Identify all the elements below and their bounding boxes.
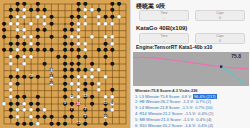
- white-stone: ●: [89, 7, 94, 14]
- board-cell[interactable]: [122, 34, 129, 41]
- board-cell[interactable]: ●: [41, 47, 48, 54]
- board-cell[interactable]: [95, 27, 102, 34]
- board-cell[interactable]: [34, 61, 41, 68]
- board-cell[interactable]: ●: [95, 21, 102, 28]
- board-cell[interactable]: [122, 81, 129, 88]
- board-cell[interactable]: [1, 54, 8, 61]
- black-stone: ●: [8, 114, 13, 121]
- white-stone: ●: [8, 21, 13, 28]
- board-cell[interactable]: [116, 94, 123, 101]
- board-cell[interactable]: [116, 114, 123, 121]
- board-cell[interactable]: [109, 67, 116, 74]
- board-cell[interactable]: [75, 107, 82, 114]
- board-cell[interactable]: ●: [102, 120, 109, 127]
- white-stone: ●: [96, 87, 101, 94]
- black-stone: ●: [83, 121, 88, 128]
- board-cell[interactable]: [41, 87, 48, 94]
- board-cell[interactable]: [122, 87, 129, 94]
- candidate-move-row[interactable]: 4: R14 Winrate:21.2 Score: -1.5 V: 0.4% …: [135, 111, 214, 116]
- last-move-number: 25: [76, 102, 81, 107]
- board-cell[interactable]: [89, 14, 96, 21]
- board-cell[interactable]: ●18: [28, 74, 35, 81]
- board-cell[interactable]: ●: [41, 61, 48, 68]
- black-stone: ●: [69, 114, 74, 121]
- black-stone: ●: [62, 121, 67, 128]
- board-cell[interactable]: [122, 41, 129, 48]
- board-cell[interactable]: [102, 81, 109, 88]
- board-cell[interactable]: [48, 101, 55, 108]
- board-cell[interactable]: ●: [1, 47, 8, 54]
- black-stone: ●: [96, 47, 101, 54]
- board-cell[interactable]: ●: [82, 21, 89, 28]
- board-cell[interactable]: ●: [89, 101, 96, 108]
- board-cell[interactable]: [55, 107, 62, 114]
- board-cell[interactable]: [55, 14, 62, 21]
- white-stone: ●: [22, 61, 27, 68]
- board-cell[interactable]: [55, 7, 62, 14]
- candidate-move-text: 6: S10 Winrate:20.2 Score: -1.6 V:: [135, 123, 197, 128]
- board-cell[interactable]: ●20: [48, 81, 55, 88]
- board-cell[interactable]: [55, 81, 62, 88]
- goban-grid[interactable]: ●●●●●●●●●●●●●●●●●●●●●●●●●●●●●●●●●●●●●●●●…: [1, 1, 130, 127]
- board-cell[interactable]: ●: [48, 21, 55, 28]
- board-cell[interactable]: [7, 120, 14, 127]
- board-cell[interactable]: ●: [28, 54, 35, 61]
- black-stone: ●: [110, 47, 115, 54]
- white-stone: ●: [110, 107, 115, 114]
- board-cell[interactable]: [1, 81, 8, 88]
- white-stone: ●: [103, 21, 108, 28]
- board-cell[interactable]: [89, 41, 96, 48]
- board-cell[interactable]: [48, 87, 55, 94]
- board-cell[interactable]: [95, 101, 102, 108]
- white-stone: ●: [110, 21, 115, 28]
- board-cell[interactable]: [116, 74, 123, 81]
- board-cell[interactable]: ●9: [62, 101, 69, 108]
- board-cell[interactable]: [95, 107, 102, 114]
- black-stone: ●: [35, 74, 40, 81]
- visits-value: 0.7% (2): [195, 99, 212, 104]
- board-cell[interactable]: [116, 67, 123, 74]
- visits-value: 0.4% (1): [197, 111, 214, 116]
- board-cell[interactable]: ●: [95, 67, 102, 74]
- engine-label: Engine:TensorRT Kata1-40b x10: [136, 44, 212, 50]
- board-cell[interactable]: ●13: [75, 120, 82, 127]
- white-stone: ●: [69, 81, 74, 88]
- board-cell[interactable]: ●: [34, 120, 41, 127]
- board-cell[interactable]: [68, 1, 75, 8]
- board-cell[interactable]: [1, 61, 8, 68]
- board-cell[interactable]: ●: [34, 14, 41, 21]
- board-cell[interactable]: ●: [102, 54, 109, 61]
- board-cell[interactable]: [89, 120, 96, 127]
- board-cell[interactable]: [122, 107, 129, 114]
- board-cell[interactable]: ●: [7, 61, 14, 68]
- go-board[interactable]: ●●●●●●●●●●●●●●●●●●●●●●●●●●●●●●●●●●●●●●●●…: [0, 0, 130, 128]
- black-stone: ●: [49, 47, 54, 54]
- black-time-stat: Time --: [139, 10, 189, 21]
- board-cell[interactable]: [55, 34, 62, 41]
- board-cell[interactable]: [68, 120, 75, 127]
- stat-value: 4: [196, 16, 244, 20]
- black-stone: ●: [49, 34, 54, 41]
- black-stone: ●: [83, 54, 88, 61]
- board-cell[interactable]: [55, 94, 62, 101]
- black-stone: ●: [42, 27, 47, 34]
- candidate-move-text: 5: M8 Winrate:21.3 Score: -1.5 V:: [135, 117, 195, 122]
- white-time-stat: Time --: [139, 33, 189, 44]
- board-cell[interactable]: ●: [28, 120, 35, 127]
- board-cell[interactable]: [1, 120, 8, 127]
- white-player-name: KataGo 40B(x109): [136, 25, 187, 31]
- black-stone: ●: [22, 74, 27, 81]
- black-captures-stat: Caps 4: [195, 10, 245, 21]
- board-cell[interactable]: ●: [48, 47, 55, 54]
- candidate-move-row[interactable]: 5: M8 Winrate:21.3 Score: -1.5 V: 0.4% (…: [135, 117, 212, 122]
- board-cell[interactable]: ●25: [75, 101, 82, 108]
- board-cell[interactable]: [109, 114, 116, 121]
- candidate-move-row[interactable]: 6: S10 Winrate:20.2 Score: -1.6 V: 0.4% …: [135, 123, 214, 128]
- board-cell[interactable]: [109, 74, 116, 81]
- white-stone: ●: [35, 121, 40, 128]
- board-cell[interactable]: ●: [14, 54, 21, 61]
- board-cell[interactable]: [116, 27, 123, 34]
- board-cell[interactable]: ●: [21, 74, 28, 81]
- board-cell[interactable]: [109, 120, 116, 127]
- board-cell[interactable]: [34, 81, 41, 88]
- board-cell[interactable]: [55, 87, 62, 94]
- board-cell[interactable]: [48, 94, 55, 101]
- board-cell[interactable]: [1, 67, 8, 74]
- board-cell[interactable]: [28, 87, 35, 94]
- black-stone: ●: [89, 101, 94, 108]
- white-captures-stat: Caps 4: [195, 33, 245, 44]
- black-stone: ●: [49, 121, 54, 128]
- board-cell[interactable]: ●: [1, 34, 8, 41]
- board-cell[interactable]: [122, 47, 129, 54]
- stat-value: --: [140, 16, 188, 20]
- board-cell[interactable]: [116, 61, 123, 68]
- board-cell[interactable]: ●: [14, 120, 21, 127]
- board-cell[interactable]: ●: [82, 54, 89, 61]
- white-stone: ●: [29, 54, 34, 61]
- board-cell[interactable]: [1, 1, 8, 8]
- analysis-panel: 楼晓嵩 9段 Time -- Caps 4 KataGo 40B(x109) T…: [130, 0, 250, 128]
- board-cell[interactable]: [41, 94, 48, 101]
- board-cell[interactable]: [55, 74, 62, 81]
- white-stone: ●: [89, 34, 94, 41]
- board-cell[interactable]: [102, 61, 109, 68]
- board-cell[interactable]: ●: [89, 34, 96, 41]
- black-stone: ●: [103, 121, 108, 128]
- board-cell[interactable]: [95, 34, 102, 41]
- board-cell[interactable]: [122, 14, 129, 21]
- board-cell[interactable]: [55, 67, 62, 74]
- board-cell[interactable]: [122, 21, 129, 28]
- board-cell[interactable]: [41, 120, 48, 127]
- black-stone: ●: [42, 114, 47, 121]
- board-cell[interactable]: [28, 61, 35, 68]
- board-cell[interactable]: [41, 67, 48, 74]
- black-stone: ●: [56, 54, 61, 61]
- board-cell[interactable]: [122, 74, 129, 81]
- white-stone: ●: [35, 14, 40, 21]
- board-cell[interactable]: [48, 54, 55, 61]
- board-cell[interactable]: [116, 54, 123, 61]
- white-stone: ●: [117, 14, 122, 21]
- white-stone: ●: [96, 21, 101, 28]
- black-stone: ●: [35, 47, 40, 54]
- board-cell[interactable]: [62, 1, 69, 8]
- board-cell[interactable]: ●: [28, 21, 35, 28]
- board-cell[interactable]: [48, 1, 55, 8]
- board-cell[interactable]: ●: [55, 120, 62, 127]
- board-cell[interactable]: [95, 120, 102, 127]
- board-cell[interactable]: ●: [116, 14, 123, 21]
- board-cell[interactable]: [62, 14, 69, 21]
- board-cell[interactable]: [116, 81, 123, 88]
- candidate-move-row[interactable]: 1: L3 Winrate:75.8 Score: 4.8 V: 96.4% (…: [135, 94, 217, 99]
- board-cell[interactable]: ●: [21, 107, 28, 114]
- current-winrate-label: 75.8: [231, 53, 241, 59]
- board-cell[interactable]: [122, 94, 129, 101]
- white-stone: ●: [2, 101, 7, 108]
- board-cell[interactable]: [116, 120, 123, 127]
- board-cell[interactable]: [116, 34, 123, 41]
- board-cell[interactable]: [122, 120, 129, 127]
- analysis-summary-header: Winrate:75.8 Score:4.3 Visits:226: [135, 88, 198, 93]
- board-cell[interactable]: ●: [21, 120, 28, 127]
- candidate-move-text: 1: L3 Winrate:75.8 Score: 4.8 V:: [135, 94, 193, 99]
- board-cell[interactable]: [55, 1, 62, 8]
- board-cell[interactable]: [122, 67, 129, 74]
- board-cell[interactable]: [122, 101, 129, 108]
- board-cell[interactable]: ●: [68, 81, 75, 88]
- board-cell[interactable]: ●: [14, 81, 21, 88]
- board-cell[interactable]: [1, 74, 8, 81]
- board-cell[interactable]: [116, 87, 123, 94]
- board-cell[interactable]: ●: [7, 114, 14, 121]
- board-cell[interactable]: [34, 54, 41, 61]
- black-stone: ●: [15, 81, 20, 88]
- black-stone: ●: [29, 7, 34, 14]
- board-cell[interactable]: ●: [109, 61, 116, 68]
- board-cell[interactable]: ●: [68, 114, 75, 121]
- black-stone: ●: [15, 121, 20, 128]
- board-cell[interactable]: [95, 54, 102, 61]
- board-cell[interactable]: [122, 61, 129, 68]
- board-cell[interactable]: ●: [95, 47, 102, 54]
- board-cell[interactable]: [122, 1, 129, 8]
- move-number: 9: [64, 102, 66, 106]
- black-stone: ●: [103, 54, 108, 61]
- board-cell[interactable]: ●: [116, 1, 123, 8]
- move-number: 20: [49, 82, 53, 86]
- candidate-move-row[interactable]: 2: H8 Winrate:26.2 Score: -1.3 V: 0.7% (…: [135, 99, 212, 104]
- board-cell[interactable]: [95, 114, 102, 121]
- board-cell[interactable]: [1, 114, 8, 121]
- board-cell[interactable]: ●: [68, 47, 75, 54]
- board-cell[interactable]: [1, 87, 8, 94]
- board-cell[interactable]: [55, 41, 62, 48]
- board-cell[interactable]: ●: [102, 74, 109, 81]
- board-cell[interactable]: ●: [28, 7, 35, 14]
- black-stone: ●: [49, 21, 54, 28]
- board-cell[interactable]: ●: [21, 14, 28, 21]
- visits-value: 0.4% (4): [195, 117, 212, 122]
- move-number: 13: [76, 122, 80, 126]
- board-cell[interactable]: ●: [89, 7, 96, 14]
- board-cell[interactable]: ●: [21, 61, 28, 68]
- white-stone: ●: [22, 107, 27, 114]
- board-cell[interactable]: [116, 41, 123, 48]
- move-number: 18: [29, 75, 33, 79]
- board-cell[interactable]: [89, 114, 96, 121]
- board-cell[interactable]: [122, 27, 129, 34]
- board-cell[interactable]: [55, 27, 62, 34]
- board-cell[interactable]: [41, 81, 48, 88]
- board-cell[interactable]: [1, 107, 8, 114]
- board-cell[interactable]: ●: [109, 107, 116, 114]
- board-cell[interactable]: [89, 47, 96, 54]
- board-cell[interactable]: [95, 94, 102, 101]
- board-cell[interactable]: [116, 101, 123, 108]
- board-cell[interactable]: ●: [95, 87, 102, 94]
- board-cell[interactable]: ●: [41, 27, 48, 34]
- black-stone: ●: [110, 61, 115, 68]
- black-stone: ●: [29, 121, 34, 128]
- candidate-move-row[interactable]: 3: L4 Winrate:21.8 Score: -1.5 V: 0.7% (…: [135, 105, 214, 110]
- board-cell[interactable]: [89, 107, 96, 114]
- board-cell[interactable]: [55, 21, 62, 28]
- board-cell[interactable]: [89, 21, 96, 28]
- board-cell[interactable]: [102, 1, 109, 8]
- board-cell[interactable]: ●: [55, 54, 62, 61]
- board-cell[interactable]: [122, 7, 129, 14]
- white-stone: ●: [22, 14, 27, 21]
- board-cell[interactable]: ●: [1, 101, 8, 108]
- black-stone: ●: [89, 81, 94, 88]
- candidate-move-text: 4: R14 Winrate:21.2 Score: -1.5 V:: [135, 111, 197, 116]
- white-stone: ●: [8, 61, 13, 68]
- board-cell[interactable]: [55, 61, 62, 68]
- black-stone: ●: [15, 54, 20, 61]
- board-cell[interactable]: [62, 7, 69, 14]
- board-cell[interactable]: ●: [7, 21, 14, 28]
- black-stone: ●: [42, 47, 47, 54]
- board-cell[interactable]: ●: [109, 47, 116, 54]
- stat-value: 4: [196, 39, 244, 43]
- white-stone: ●: [83, 21, 88, 28]
- move-number: 23: [83, 95, 87, 99]
- black-stone: ●: [42, 61, 47, 68]
- board-cell[interactable]: ●: [41, 114, 48, 121]
- board-cell[interactable]: [1, 7, 8, 14]
- candidate-move-text: 2: H8 Winrate:26.2 Score: -1.3 V:: [135, 99, 195, 104]
- black-stone: ●: [22, 121, 27, 128]
- board-cell[interactable]: ●: [34, 47, 41, 54]
- visits-value: 0.7% (10): [194, 105, 213, 110]
- board-cell[interactable]: [28, 81, 35, 88]
- visits-value: 0.4% (4): [197, 123, 214, 128]
- board-cell[interactable]: [122, 54, 129, 61]
- board-cell[interactable]: [7, 27, 14, 34]
- board-cell[interactable]: ●23: [82, 94, 89, 101]
- stat-value: --: [140, 39, 188, 43]
- white-stone: ●: [103, 74, 108, 81]
- board-cell[interactable]: [41, 74, 48, 81]
- black-stone: ●: [2, 47, 7, 54]
- winrate-graph[interactable]: 75.8: [133, 52, 249, 86]
- board-cell[interactable]: ●: [34, 74, 41, 81]
- black-stone: ●: [2, 34, 7, 41]
- board-cell[interactable]: ●: [89, 81, 96, 88]
- board-cell[interactable]: ●: [82, 120, 89, 127]
- black-stone: ●: [56, 121, 61, 128]
- board-cell[interactable]: [116, 21, 123, 28]
- black-stone: ●: [117, 1, 122, 8]
- board-cell[interactable]: [116, 107, 123, 114]
- white-stone: ●: [96, 67, 101, 74]
- board-cell[interactable]: [82, 27, 89, 34]
- board-cell[interactable]: [55, 101, 62, 108]
- board-cell[interactable]: ●: [62, 120, 69, 127]
- board-cell[interactable]: ●: [109, 21, 116, 28]
- board-cell[interactable]: [21, 81, 28, 88]
- visits-highlight-bar: 96.4% (217): [193, 94, 217, 99]
- black-stone: ●: [69, 47, 74, 54]
- current-move-marker: [220, 65, 222, 67]
- candidate-move-text: 3: L4 Winrate:21.8 Score: -1.5 V:: [135, 105, 194, 110]
- board-cell[interactable]: [122, 114, 129, 121]
- board-cell[interactable]: [116, 47, 123, 54]
- board-cell[interactable]: ●: [48, 34, 55, 41]
- board-cell[interactable]: [41, 34, 48, 41]
- board-cell[interactable]: ●: [48, 120, 55, 127]
- board-cell[interactable]: ●: [102, 21, 109, 28]
- white-stone: ●: [29, 21, 34, 28]
